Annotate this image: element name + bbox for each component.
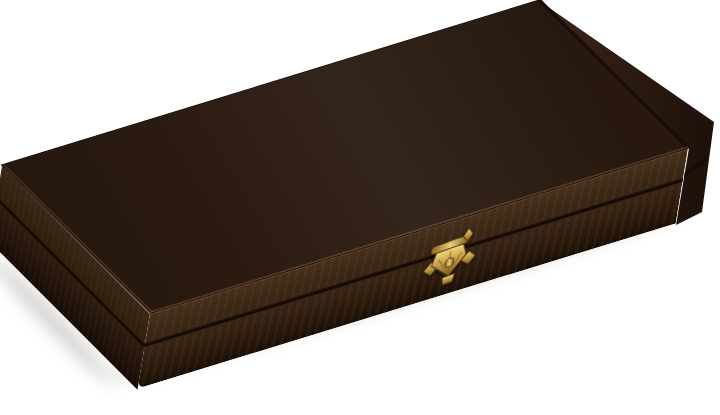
brass-latch-icon — [413, 223, 486, 301]
chess-box-photo — [0, 0, 720, 415]
